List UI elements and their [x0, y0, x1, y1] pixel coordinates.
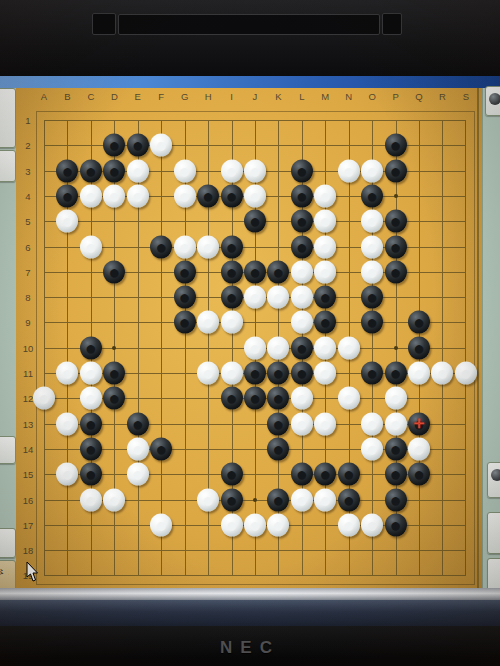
- black-stone: ●: [221, 488, 243, 511]
- black-stone: ●: [385, 513, 407, 536]
- star-point: [253, 498, 257, 502]
- white-stone: ●: [361, 159, 383, 182]
- last-move-marker: ✛: [414, 417, 425, 430]
- black-stone: ●: [385, 159, 407, 182]
- black-stone: ●: [103, 159, 125, 182]
- black-stone: ●: [291, 362, 313, 385]
- white-stone: ●: [338, 513, 360, 536]
- black-stone: ●: [127, 134, 149, 157]
- column-label: F: [158, 91, 164, 102]
- black-stone: ●: [291, 336, 313, 359]
- row-label: 9: [25, 317, 30, 328]
- white-stone: ●: [174, 184, 196, 207]
- white-stone: ●: [385, 412, 407, 435]
- window-bottom-bar: [0, 588, 500, 600]
- black-stone: ●: [221, 184, 243, 207]
- panel-button[interactable]: [487, 558, 500, 592]
- black-stone: ●: [361, 286, 383, 309]
- row-label: 12: [23, 393, 34, 404]
- white-stone: ●: [455, 362, 477, 385]
- bezel-vent-slot: [382, 13, 402, 35]
- black-stone: ●: [174, 260, 196, 283]
- white-stone: ●: [338, 159, 360, 182]
- black-stone: ●: [103, 387, 125, 410]
- white-stone: ●: [197, 311, 219, 334]
- white-stone: ●: [127, 437, 149, 460]
- black-stone: ●: [267, 387, 289, 410]
- white-stone: ●: [33, 387, 55, 410]
- row-label: 16: [23, 494, 34, 505]
- black-stone: ●: [361, 184, 383, 207]
- white-stone: ●: [244, 336, 266, 359]
- black-stone: ●: [150, 235, 172, 258]
- star-point: [112, 346, 116, 350]
- white-stone: ●: [314, 412, 336, 435]
- white-stone: ●: [244, 184, 266, 207]
- white-stone: ●: [314, 260, 336, 283]
- column-label: G: [181, 91, 188, 102]
- column-label: O: [368, 91, 375, 102]
- row-label: 14: [23, 443, 34, 454]
- black-stone: ●: [80, 463, 102, 486]
- black-stone: ●: [291, 463, 313, 486]
- nec-logo: NEC: [0, 638, 500, 658]
- black-stone: ●: [80, 159, 102, 182]
- white-stone: ●: [150, 513, 172, 536]
- black-stone: ●: [267, 412, 289, 435]
- column-label: E: [135, 91, 141, 102]
- column-label: R: [439, 91, 446, 102]
- panel-button[interactable]: [0, 528, 16, 558]
- column-label: D: [111, 91, 118, 102]
- black-stone: ●: [197, 184, 219, 207]
- mouse-cursor: [26, 562, 41, 583]
- white-stone: ●: [56, 412, 78, 435]
- white-stone: ●: [127, 159, 149, 182]
- row-label: 17: [23, 519, 34, 530]
- black-stone: ●: [221, 260, 243, 283]
- column-label: A: [41, 91, 47, 102]
- black-stone: ●: [408, 336, 430, 359]
- white-stone: ●: [361, 437, 383, 460]
- white-stone: ●: [267, 286, 289, 309]
- black-stone: ●: [267, 488, 289, 511]
- white-stone: ●: [174, 235, 196, 258]
- black-stone: ●: [385, 260, 407, 283]
- black-stone: ●: [291, 184, 313, 207]
- white-stone: ●: [267, 513, 289, 536]
- black-stone-panel-button[interactable]: [485, 86, 500, 116]
- board-right-edge: [477, 88, 479, 588]
- white-stone: ●: [221, 159, 243, 182]
- column-label: S: [463, 91, 469, 102]
- white-stone: ●: [361, 210, 383, 233]
- row-label: 11: [23, 368, 33, 379]
- white-stone: ●: [338, 387, 360, 410]
- white-stone: ●: [56, 463, 78, 486]
- black-stone: ●: [80, 412, 102, 435]
- row-label: 8: [25, 292, 30, 303]
- white-stone: ●: [314, 336, 336, 359]
- black-stone: ●: [338, 488, 360, 511]
- black-stone: ●: [361, 311, 383, 334]
- black-stone: ●: [221, 463, 243, 486]
- column-label: M: [321, 91, 329, 102]
- black-stone: ●: [385, 235, 407, 258]
- desktop-wallpaper-strip: [0, 76, 500, 88]
- black-stone: ●: [338, 463, 360, 486]
- right-tool-panel: [482, 88, 500, 588]
- white-stone: ●: [291, 311, 313, 334]
- column-label: J: [253, 91, 258, 102]
- star-point: [394, 194, 398, 198]
- bezel-vent-slot: [92, 13, 116, 35]
- white-stone: ●: [314, 210, 336, 233]
- black-stone: ●: [385, 134, 407, 157]
- panel-button[interactable]: [0, 436, 16, 464]
- panel-button[interactable]: [487, 512, 500, 554]
- white-stone: ●: [361, 260, 383, 283]
- white-stone: ●: [361, 513, 383, 536]
- star-point: [394, 346, 398, 350]
- column-label: I: [230, 91, 233, 102]
- row-label: 10: [23, 342, 34, 353]
- white-stone: ●: [103, 184, 125, 207]
- white-stone: ●: [56, 210, 78, 233]
- monitor-bezel-top: [0, 0, 500, 76]
- row-label: 3: [25, 165, 30, 176]
- stone-icon: [491, 469, 500, 481]
- column-label: N: [345, 91, 352, 102]
- black-stone: ●: [408, 311, 430, 334]
- white-stone: ●: [291, 412, 313, 435]
- white-stone: ●: [80, 387, 102, 410]
- column-label: L: [299, 91, 304, 102]
- black-stone: ●: [408, 463, 430, 486]
- white-stone: ●: [244, 159, 266, 182]
- black-stone: ●: [267, 362, 289, 385]
- white-stone: ●: [103, 488, 125, 511]
- bezel-vent-bar: [118, 14, 380, 35]
- row-label: 13: [23, 418, 34, 429]
- column-label: H: [205, 91, 212, 102]
- black-stone: ●: [221, 235, 243, 258]
- white-stone: ●: [431, 362, 453, 385]
- white-stone: ●: [127, 184, 149, 207]
- white-stone: ●: [221, 513, 243, 536]
- white-stone: ●: [80, 235, 102, 258]
- white-stone: ●: [361, 412, 383, 435]
- panel-button[interactable]: [0, 150, 16, 182]
- white-stone: ●: [221, 311, 243, 334]
- black-stone: ●: [267, 437, 289, 460]
- black-stone: ●: [103, 260, 125, 283]
- column-label: C: [87, 91, 94, 102]
- goban[interactable]: ABCDEFGHIJKLMNOPQRS123456789101112131415…: [16, 88, 482, 588]
- row-label: 15: [23, 469, 34, 480]
- white-stone: ●: [314, 488, 336, 511]
- white-stone: ●: [197, 362, 219, 385]
- black-stone: ●: [244, 210, 266, 233]
- black-stone: ●: [314, 286, 336, 309]
- black-stone: ●: [385, 463, 407, 486]
- stone-icon: [489, 93, 500, 105]
- black-stone: ●: [385, 362, 407, 385]
- black-stone: ●: [385, 488, 407, 511]
- black-stone: ●: [267, 260, 289, 283]
- column-label: Q: [415, 91, 422, 102]
- black-stone: ●: [244, 362, 266, 385]
- illegible-kanji-marks: 〻〻: [0, 569, 9, 583]
- black-stone: ●: [385, 210, 407, 233]
- black-stone: ●: [103, 134, 125, 157]
- black-stone: ●: [56, 184, 78, 207]
- white-stone: ●: [80, 184, 102, 207]
- black-stone: ●: [221, 387, 243, 410]
- white-stone: ●: [80, 488, 102, 511]
- white-stone: ●: [56, 362, 78, 385]
- white-stone: ●: [291, 387, 313, 410]
- black-stone: ●: [361, 362, 383, 385]
- left-tool-panel: 〻〻: [0, 88, 16, 588]
- black-stone: ●: [291, 210, 313, 233]
- panel-button[interactable]: [0, 88, 16, 148]
- black-stone: ●: [103, 362, 125, 385]
- black-stone: ●: [80, 437, 102, 460]
- white-stone: ●: [408, 437, 430, 460]
- black-stone: ●: [291, 159, 313, 182]
- row-label: 4: [25, 190, 30, 201]
- white-stone: ●: [197, 488, 219, 511]
- row-label: 7: [25, 266, 30, 277]
- black-stone: ●: [244, 387, 266, 410]
- white-stone: ●: [127, 463, 149, 486]
- white-stone: ●: [174, 159, 196, 182]
- white-stone: ●: [80, 362, 102, 385]
- stone-panel-button[interactable]: [487, 462, 500, 498]
- row-label: 6: [25, 241, 30, 252]
- column-label: P: [392, 91, 398, 102]
- white-stone: ●: [291, 260, 313, 283]
- white-stone: ●: [244, 286, 266, 309]
- white-stone: ●: [338, 336, 360, 359]
- go-app-window: 〻〻 ABCDEFGHIJKLMNOPQRS123456789101112131…: [0, 88, 500, 588]
- white-stone: ●: [291, 286, 313, 309]
- black-stone: ●: [244, 260, 266, 283]
- white-stone: ●: [267, 336, 289, 359]
- white-stone: ●: [244, 513, 266, 536]
- black-stone: ●: [127, 412, 149, 435]
- row-label: 18: [23, 545, 34, 556]
- white-stone: ●: [314, 362, 336, 385]
- black-stone: ●: [174, 311, 196, 334]
- column-label: B: [64, 91, 70, 102]
- black-stone: ●: [221, 286, 243, 309]
- monitor-photo: 〻〻 ABCDEFGHIJKLMNOPQRS123456789101112131…: [0, 0, 500, 666]
- column-label: K: [275, 91, 281, 102]
- white-stone: ●: [314, 235, 336, 258]
- taskbar: 将 碁 A般: [0, 600, 500, 626]
- row-label: 1: [25, 115, 30, 126]
- white-stone: ●: [150, 134, 172, 157]
- row-label: 5: [25, 216, 30, 227]
- white-stone: ●: [408, 362, 430, 385]
- white-stone: ●: [361, 235, 383, 258]
- white-stone: ●: [197, 235, 219, 258]
- row-label: 2: [25, 140, 30, 151]
- black-stone: ●: [314, 311, 336, 334]
- black-stone: ●: [174, 286, 196, 309]
- black-stone: ●: [291, 235, 313, 258]
- black-stone: ●: [150, 437, 172, 460]
- white-stone: ●: [221, 362, 243, 385]
- white-stone: ●: [291, 488, 313, 511]
- black-stone: ●: [314, 463, 336, 486]
- black-stone: ●: [80, 336, 102, 359]
- white-stone: ●: [385, 387, 407, 410]
- black-stone: ●: [56, 159, 78, 182]
- black-stone: ●: [385, 437, 407, 460]
- white-stone: ●: [314, 184, 336, 207]
